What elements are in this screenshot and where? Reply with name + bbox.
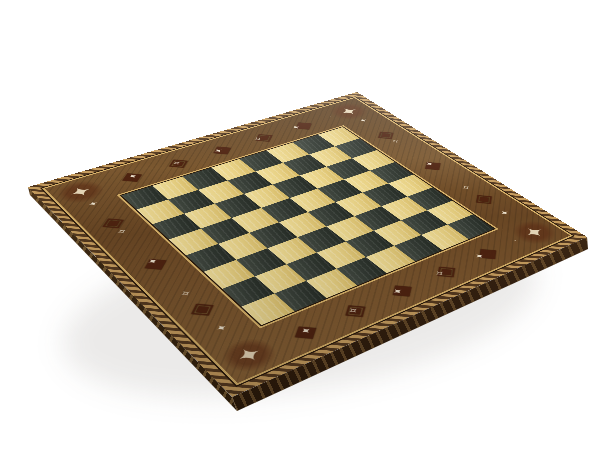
product-photo: ◈ ◆ ◈ ◆ ◈ ◆ ◈ ✦ ✧ ✦ ✧ ✦ ✧ ✦ ✧ ✦ ◈ ◆ ◈ ◆ …	[0, 0, 600, 450]
